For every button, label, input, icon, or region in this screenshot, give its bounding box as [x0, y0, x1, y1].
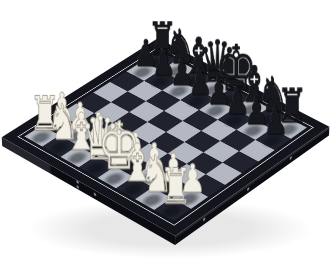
white-rook-h1: ♜	[159, 162, 191, 211]
chess-set-product-photo: ♜♟♟♜♞♟♟♞♝♟♟♝♛♟♟♛♚♟♟♚♝♟♟♝♞♟♟♞♜♟♟♜	[0, 0, 336, 280]
square-h1: ♜	[154, 198, 191, 221]
board-grid: ♜♟♟♜♞♟♟♞♝♟♟♝♛♟♟♛♚♟♟♚♝♟♟♝♞♟♟♞♜♟♟♜	[24, 51, 306, 221]
black-pawn-h7: ♟	[262, 102, 287, 140]
